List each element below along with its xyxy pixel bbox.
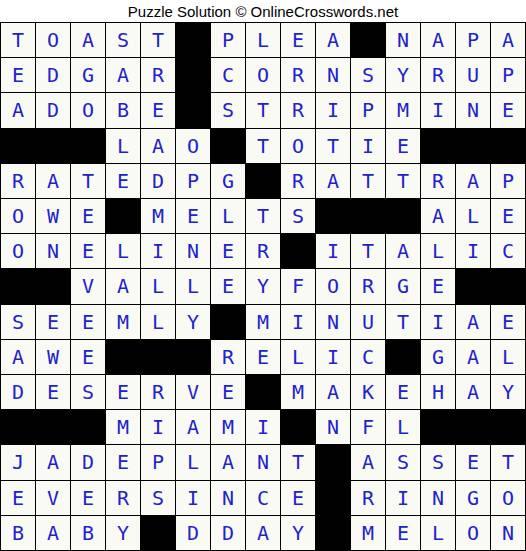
letter-cell: A — [36, 445, 70, 479]
letter-cell: A — [246, 516, 280, 550]
letter-cell: C — [211, 58, 245, 92]
letter-cell: M — [281, 375, 315, 409]
crossword-solution-page: Puzzle Solution © OnlineCrosswords.net T… — [0, 0, 526, 551]
letter-cell: T — [351, 234, 385, 268]
block-cell — [176, 340, 210, 374]
letter-cell: O — [491, 481, 525, 515]
letter-cell: H — [421, 375, 455, 409]
block-cell — [386, 199, 420, 233]
letter-cell: G — [421, 340, 455, 374]
letter-cell: N — [211, 481, 245, 515]
block-cell — [1, 129, 35, 163]
letter-cell: E — [211, 375, 245, 409]
letter-cell: R — [106, 481, 140, 515]
letter-cell: P — [176, 164, 210, 198]
letter-cell: L — [386, 410, 420, 444]
letter-cell: P — [456, 23, 490, 57]
block-cell — [211, 305, 245, 339]
letter-cell: W — [36, 340, 70, 374]
letter-cell: L — [211, 199, 245, 233]
letter-cell: L — [141, 305, 175, 339]
letter-cell: R — [421, 164, 455, 198]
letter-cell: I — [316, 93, 350, 127]
letter-cell: E — [71, 234, 105, 268]
letter-cell: T — [351, 164, 385, 198]
block-cell — [1, 410, 35, 444]
letter-cell: O — [176, 129, 210, 163]
letter-cell: I — [386, 481, 420, 515]
letter-cell: M — [246, 305, 280, 339]
letter-cell: D — [211, 516, 245, 550]
block-cell — [421, 129, 455, 163]
letter-cell: E — [386, 375, 420, 409]
letter-cell: R — [281, 164, 315, 198]
block-cell — [456, 269, 490, 303]
letter-cell: A — [176, 410, 210, 444]
letter-cell: T — [71, 164, 105, 198]
letter-cell: R — [246, 234, 280, 268]
letter-cell: M — [351, 516, 385, 550]
letter-cell: M — [386, 93, 420, 127]
letter-cell: A — [456, 164, 490, 198]
letter-cell: U — [351, 305, 385, 339]
letter-cell: I — [176, 481, 210, 515]
letter-cell: B — [1, 516, 35, 550]
letter-cell: O — [1, 199, 35, 233]
letter-cell: N — [316, 58, 350, 92]
letter-cell: O — [281, 129, 315, 163]
letter-cell: S — [71, 375, 105, 409]
letter-cell: T — [491, 445, 525, 479]
letter-cell: R — [351, 481, 385, 515]
letter-cell: L — [421, 234, 455, 268]
letter-cell: I — [456, 234, 490, 268]
letter-cell: U — [456, 58, 490, 92]
block-cell — [246, 164, 280, 198]
letter-cell: E — [106, 375, 140, 409]
block-cell — [36, 410, 70, 444]
letter-cell: P — [491, 58, 525, 92]
letter-cell: E — [141, 93, 175, 127]
letter-cell: C — [351, 340, 385, 374]
letter-cell: A — [456, 340, 490, 374]
letter-cell: E — [1, 58, 35, 92]
block-cell — [316, 199, 350, 233]
letter-cell: F — [281, 269, 315, 303]
letter-cell: I — [316, 234, 350, 268]
letter-cell: N — [491, 516, 525, 550]
letter-cell: E — [71, 305, 105, 339]
letter-cell: P — [351, 93, 385, 127]
letter-cell: A — [36, 164, 70, 198]
letter-cell: N — [176, 234, 210, 268]
block-cell — [246, 375, 280, 409]
block-cell — [351, 199, 385, 233]
letter-cell: C — [491, 234, 525, 268]
letter-cell: N — [316, 305, 350, 339]
crossword-grid: TOASTPLEANAPAEDGARCORNSYRUPADOBESTRIPMIN… — [0, 22, 526, 551]
letter-cell: Y — [281, 516, 315, 550]
letter-cell: D — [1, 375, 35, 409]
letter-cell: A — [316, 164, 350, 198]
letter-cell: E — [211, 269, 245, 303]
letter-cell: G — [71, 58, 105, 92]
block-cell — [456, 129, 490, 163]
letter-cell: O — [36, 23, 70, 57]
letter-cell: E — [421, 269, 455, 303]
block-cell — [71, 129, 105, 163]
letter-cell: T — [246, 199, 280, 233]
block-cell — [491, 269, 525, 303]
letter-cell: G — [386, 269, 420, 303]
block-cell — [36, 129, 70, 163]
letter-cell: W — [36, 199, 70, 233]
letter-cell: T — [316, 129, 350, 163]
title-bar: Puzzle Solution © OnlineCrosswords.net — [0, 0, 526, 22]
letter-cell: T — [281, 445, 315, 479]
letter-cell: S — [211, 93, 245, 127]
letter-cell: O — [316, 269, 350, 303]
letter-cell: L — [281, 340, 315, 374]
block-cell — [106, 199, 140, 233]
letter-cell: E — [491, 93, 525, 127]
letter-cell: A — [1, 93, 35, 127]
letter-cell: T — [386, 164, 420, 198]
letter-cell: E — [176, 199, 210, 233]
letter-cell: E — [211, 234, 245, 268]
letter-cell: E — [281, 481, 315, 515]
letter-cell: A — [491, 23, 525, 57]
letter-cell: N — [421, 481, 455, 515]
letter-cell: V — [36, 481, 70, 515]
letter-cell: R — [351, 269, 385, 303]
letter-cell: Y — [491, 375, 525, 409]
letter-cell: C — [246, 481, 280, 515]
letter-cell: E — [71, 340, 105, 374]
letter-cell: S — [141, 481, 175, 515]
letter-cell: L — [106, 129, 140, 163]
letter-cell: E — [71, 199, 105, 233]
letter-cell: D — [176, 516, 210, 550]
block-cell — [281, 410, 315, 444]
letter-cell: T — [246, 93, 280, 127]
block-cell — [71, 410, 105, 444]
letter-cell: E — [386, 516, 420, 550]
block-cell — [1, 269, 35, 303]
letter-cell: T — [141, 23, 175, 57]
letter-cell: N — [36, 234, 70, 268]
letter-cell: A — [421, 199, 455, 233]
letter-cell: S — [421, 445, 455, 479]
letter-cell: A — [141, 129, 175, 163]
letter-cell: A — [211, 445, 245, 479]
letter-cell: I — [246, 410, 280, 444]
letter-cell: S — [386, 445, 420, 479]
letter-cell: Y — [176, 305, 210, 339]
letter-cell: L — [246, 23, 280, 57]
letter-cell: D — [36, 58, 70, 92]
letter-cell: S — [106, 23, 140, 57]
letter-cell: N — [386, 23, 420, 57]
letter-cell: A — [1, 340, 35, 374]
letter-cell: E — [71, 481, 105, 515]
block-cell — [316, 481, 350, 515]
letter-cell: L — [491, 340, 525, 374]
letter-cell: L — [421, 516, 455, 550]
letter-cell: E — [36, 305, 70, 339]
letter-cell: E — [106, 445, 140, 479]
letter-cell: M — [141, 199, 175, 233]
letter-cell: O — [246, 58, 280, 92]
letter-cell: E — [1, 481, 35, 515]
letter-cell: E — [106, 164, 140, 198]
letter-cell: R — [211, 340, 245, 374]
block-cell — [456, 410, 490, 444]
letter-cell: L — [141, 269, 175, 303]
letter-cell: A — [316, 375, 350, 409]
letter-cell: E — [456, 445, 490, 479]
letter-cell: T — [1, 23, 35, 57]
letter-cell: M — [211, 410, 245, 444]
letter-cell: R — [281, 93, 315, 127]
letter-cell: N — [456, 93, 490, 127]
letter-cell: R — [1, 164, 35, 198]
letter-cell: N — [246, 445, 280, 479]
block-cell — [176, 23, 210, 57]
letter-cell: T — [246, 129, 280, 163]
block-cell — [211, 129, 245, 163]
letter-cell: E — [36, 375, 70, 409]
block-cell — [491, 129, 525, 163]
letter-cell: E — [246, 340, 280, 374]
letter-cell: R — [281, 58, 315, 92]
letter-cell: R — [141, 375, 175, 409]
letter-cell: A — [106, 269, 140, 303]
letter-cell: S — [281, 199, 315, 233]
letter-cell: A — [106, 58, 140, 92]
letter-cell: L — [106, 234, 140, 268]
letter-cell: R — [421, 58, 455, 92]
block-cell — [281, 234, 315, 268]
letter-cell: Y — [246, 269, 280, 303]
letter-cell: P — [211, 23, 245, 57]
letter-cell: D — [71, 445, 105, 479]
letter-cell: I — [421, 93, 455, 127]
letter-cell: E — [386, 129, 420, 163]
letter-cell: A — [71, 23, 105, 57]
letter-cell: J — [1, 445, 35, 479]
letter-cell: I — [281, 305, 315, 339]
letter-cell: D — [36, 93, 70, 127]
block-cell — [176, 93, 210, 127]
block-cell — [141, 340, 175, 374]
letter-cell: A — [456, 305, 490, 339]
letter-cell: O — [1, 234, 35, 268]
letter-cell: I — [141, 234, 175, 268]
letter-cell: F — [351, 410, 385, 444]
letter-cell: R — [141, 58, 175, 92]
letter-cell: A — [36, 516, 70, 550]
block-cell — [36, 269, 70, 303]
letter-cell: L — [456, 199, 490, 233]
letter-cell: S — [351, 58, 385, 92]
block-cell — [491, 410, 525, 444]
letter-cell: A — [421, 23, 455, 57]
letter-cell: T — [386, 305, 420, 339]
letter-cell: G — [456, 481, 490, 515]
page-title: Puzzle Solution © OnlineCrosswords.net — [128, 3, 398, 20]
letter-cell: I — [421, 305, 455, 339]
letter-cell: L — [176, 269, 210, 303]
letter-cell: V — [71, 269, 105, 303]
letter-cell: B — [71, 516, 105, 550]
letter-cell: L — [176, 445, 210, 479]
letter-cell: A — [316, 23, 350, 57]
letter-cell: K — [351, 375, 385, 409]
letter-cell: B — [106, 93, 140, 127]
letter-cell: Y — [386, 58, 420, 92]
block-cell — [106, 340, 140, 374]
letter-cell: E — [281, 23, 315, 57]
block-cell — [176, 58, 210, 92]
letter-cell: M — [106, 410, 140, 444]
letter-cell: N — [316, 410, 350, 444]
block-cell — [351, 23, 385, 57]
letter-cell: E — [491, 199, 525, 233]
block-cell — [386, 340, 420, 374]
letter-cell: O — [456, 516, 490, 550]
block-cell — [316, 516, 350, 550]
block-cell — [141, 516, 175, 550]
letter-cell: V — [176, 375, 210, 409]
letter-cell: A — [351, 445, 385, 479]
letter-cell: S — [1, 305, 35, 339]
letter-cell: I — [141, 410, 175, 444]
letter-cell: O — [71, 93, 105, 127]
letter-cell: M — [106, 305, 140, 339]
letter-cell: A — [456, 375, 490, 409]
letter-cell: P — [491, 164, 525, 198]
letter-cell: G — [211, 164, 245, 198]
letter-cell: I — [351, 129, 385, 163]
letter-cell: Y — [106, 516, 140, 550]
letter-cell: E — [491, 305, 525, 339]
letter-cell: D — [141, 164, 175, 198]
letter-cell: A — [386, 234, 420, 268]
block-cell — [316, 445, 350, 479]
letter-cell: I — [316, 340, 350, 374]
letter-cell: P — [141, 445, 175, 479]
block-cell — [421, 410, 455, 444]
